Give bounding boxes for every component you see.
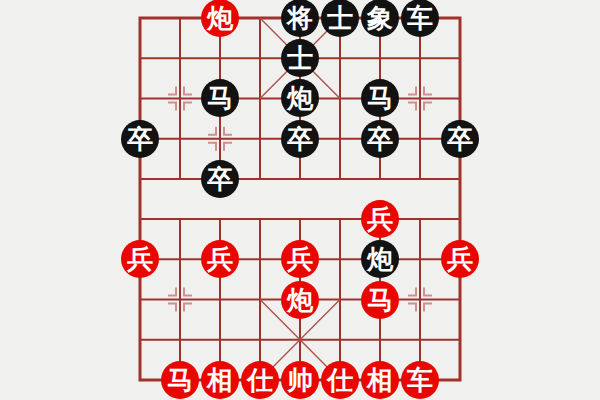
red-cannon[interactable]: 炮: [201, 0, 239, 37]
red-general[interactable]: 帅: [281, 361, 319, 399]
red-horse[interactable]: 马: [361, 281, 399, 319]
red-horse[interactable]: 马: [161, 361, 199, 399]
black-advisor[interactable]: 士: [281, 39, 319, 77]
xiangqi-app: 炮将士象车士马炮马卒卒卒卒卒兵兵兵兵炮兵炮马马相仕帅仕相车: [0, 0, 600, 400]
red-advisor[interactable]: 仕: [321, 361, 359, 399]
red-soldier[interactable]: 兵: [441, 240, 479, 278]
black-advisor[interactable]: 士: [321, 0, 359, 37]
red-elephant[interactable]: 相: [201, 361, 239, 399]
red-soldier[interactable]: 兵: [121, 240, 159, 278]
black-chariot[interactable]: 车: [401, 0, 439, 37]
black-horse[interactable]: 马: [361, 79, 399, 117]
black-soldier[interactable]: 卒: [361, 120, 399, 158]
black-horse[interactable]: 马: [201, 79, 239, 117]
black-general[interactable]: 将: [281, 0, 319, 37]
black-cannon[interactable]: 炮: [361, 240, 399, 278]
xiangqi-board: 炮将士象车士马炮马卒卒卒卒卒兵兵兵兵炮兵炮马马相仕帅仕相车: [120, 0, 480, 400]
black-cannon[interactable]: 炮: [281, 79, 319, 117]
red-advisor[interactable]: 仕: [241, 361, 279, 399]
black-soldier[interactable]: 卒: [441, 120, 479, 158]
black-elephant[interactable]: 象: [361, 0, 399, 37]
red-soldier[interactable]: 兵: [201, 240, 239, 278]
red-elephant[interactable]: 相: [361, 361, 399, 399]
red-cannon[interactable]: 炮: [281, 281, 319, 319]
red-soldier[interactable]: 兵: [281, 240, 319, 278]
black-soldier[interactable]: 卒: [201, 160, 239, 198]
black-soldier[interactable]: 卒: [121, 120, 159, 158]
red-chariot[interactable]: 车: [401, 361, 439, 399]
red-soldier[interactable]: 兵: [361, 200, 399, 238]
black-soldier[interactable]: 卒: [281, 120, 319, 158]
